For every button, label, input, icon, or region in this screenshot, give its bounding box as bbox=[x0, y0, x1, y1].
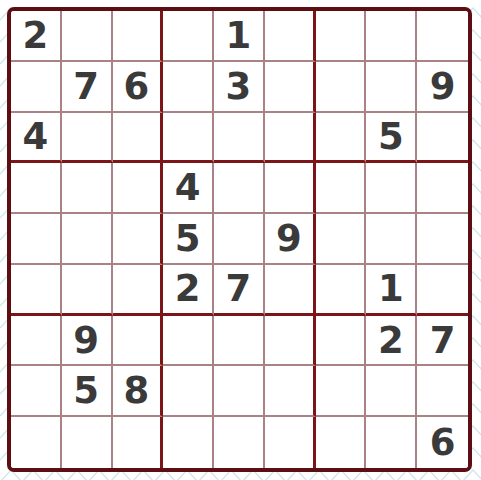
cell-r3c3[interactable] bbox=[113, 113, 164, 164]
cell-r4c9[interactable] bbox=[417, 163, 468, 214]
cell-r8c4[interactable] bbox=[163, 366, 214, 417]
cell-r7c9[interactable]: 7 bbox=[417, 316, 468, 367]
cell-r1c8[interactable] bbox=[366, 11, 417, 62]
cell-r1c7[interactable] bbox=[316, 11, 367, 62]
sudoku-board: 21763945459271927586 bbox=[7, 7, 472, 472]
cell-r5c8[interactable] bbox=[366, 214, 417, 265]
cell-r5c5[interactable] bbox=[214, 214, 265, 265]
cell-r4c6[interactable] bbox=[265, 163, 316, 214]
cell-r5c1[interactable] bbox=[11, 214, 62, 265]
cell-r3c6[interactable] bbox=[265, 113, 316, 164]
cell-r3c2[interactable] bbox=[62, 113, 113, 164]
cell-r2c9[interactable]: 9 bbox=[417, 62, 468, 113]
cell-r8c7[interactable] bbox=[316, 366, 367, 417]
cell-r8c2[interactable]: 5 bbox=[62, 366, 113, 417]
cell-r9c1[interactable] bbox=[11, 417, 62, 468]
cell-r6c7[interactable] bbox=[316, 265, 367, 316]
cell-r6c3[interactable] bbox=[113, 265, 164, 316]
cell-r9c2[interactable] bbox=[62, 417, 113, 468]
cell-r2c2[interactable]: 7 bbox=[62, 62, 113, 113]
cell-r6c4[interactable]: 2 bbox=[163, 265, 214, 316]
cell-r5c9[interactable] bbox=[417, 214, 468, 265]
cell-r9c4[interactable] bbox=[163, 417, 214, 468]
cell-r1c6[interactable] bbox=[265, 11, 316, 62]
cell-r5c7[interactable] bbox=[316, 214, 367, 265]
cell-r7c2[interactable]: 9 bbox=[62, 316, 113, 367]
cell-r3c9[interactable] bbox=[417, 113, 468, 164]
cell-r7c8[interactable]: 2 bbox=[366, 316, 417, 367]
cell-r1c4[interactable] bbox=[163, 11, 214, 62]
cell-r8c6[interactable] bbox=[265, 366, 316, 417]
cell-r1c9[interactable] bbox=[417, 11, 468, 62]
cell-r7c4[interactable] bbox=[163, 316, 214, 367]
cell-r7c7[interactable] bbox=[316, 316, 367, 367]
cell-r5c2[interactable] bbox=[62, 214, 113, 265]
cell-r7c1[interactable] bbox=[11, 316, 62, 367]
cell-r1c2[interactable] bbox=[62, 11, 113, 62]
cell-r8c3[interactable]: 8 bbox=[113, 366, 164, 417]
cell-r4c4[interactable]: 4 bbox=[163, 163, 214, 214]
cell-r1c3[interactable] bbox=[113, 11, 164, 62]
cell-r3c1[interactable]: 4 bbox=[11, 113, 62, 164]
cell-r9c9[interactable]: 6 bbox=[417, 417, 468, 468]
cell-r9c5[interactable] bbox=[214, 417, 265, 468]
cell-r5c6[interactable]: 9 bbox=[265, 214, 316, 265]
cell-r2c8[interactable] bbox=[366, 62, 417, 113]
cell-r3c4[interactable] bbox=[163, 113, 214, 164]
cell-r7c5[interactable] bbox=[214, 316, 265, 367]
cell-r4c8[interactable] bbox=[366, 163, 417, 214]
cell-r2c1[interactable] bbox=[11, 62, 62, 113]
cell-r9c6[interactable] bbox=[265, 417, 316, 468]
cell-r4c2[interactable] bbox=[62, 163, 113, 214]
cell-r2c7[interactable] bbox=[316, 62, 367, 113]
cell-r4c1[interactable] bbox=[11, 163, 62, 214]
cell-r4c7[interactable] bbox=[316, 163, 367, 214]
cell-r7c3[interactable] bbox=[113, 316, 164, 367]
cell-r2c5[interactable]: 3 bbox=[214, 62, 265, 113]
cell-r9c7[interactable] bbox=[316, 417, 367, 468]
cell-r6c2[interactable] bbox=[62, 265, 113, 316]
cell-r5c4[interactable]: 5 bbox=[163, 214, 214, 265]
cell-r3c7[interactable] bbox=[316, 113, 367, 164]
cell-r7c6[interactable] bbox=[265, 316, 316, 367]
cell-r4c3[interactable] bbox=[113, 163, 164, 214]
cell-r9c3[interactable] bbox=[113, 417, 164, 468]
cell-r6c9[interactable] bbox=[417, 265, 468, 316]
cell-r2c4[interactable] bbox=[163, 62, 214, 113]
cell-r2c6[interactable] bbox=[265, 62, 316, 113]
cell-r6c1[interactable] bbox=[11, 265, 62, 316]
cell-r1c1[interactable]: 2 bbox=[11, 11, 62, 62]
cell-r1c5[interactable]: 1 bbox=[214, 11, 265, 62]
cell-r3c8[interactable]: 5 bbox=[366, 113, 417, 164]
cell-r9c8[interactable] bbox=[366, 417, 417, 468]
cell-r8c1[interactable] bbox=[11, 366, 62, 417]
cell-r8c8[interactable] bbox=[366, 366, 417, 417]
cell-r2c3[interactable]: 6 bbox=[113, 62, 164, 113]
cell-r6c8[interactable]: 1 bbox=[366, 265, 417, 316]
cell-r6c5[interactable]: 7 bbox=[214, 265, 265, 316]
cell-r4c5[interactable] bbox=[214, 163, 265, 214]
cell-r6c6[interactable] bbox=[265, 265, 316, 316]
cell-r3c5[interactable] bbox=[214, 113, 265, 164]
cell-r5c3[interactable] bbox=[113, 214, 164, 265]
cell-r8c9[interactable] bbox=[417, 366, 468, 417]
cell-r8c5[interactable] bbox=[214, 366, 265, 417]
